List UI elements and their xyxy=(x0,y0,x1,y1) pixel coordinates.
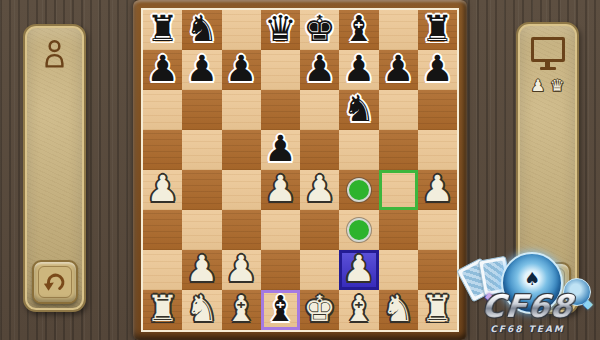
piece-black-bishop: ♝ xyxy=(264,291,296,327)
piece-black-rook: ♜ xyxy=(421,11,453,47)
person-icon xyxy=(41,38,68,70)
square-d6[interactable] xyxy=(261,90,300,130)
square-h2[interactable] xyxy=(418,250,457,290)
piece-white-pawn: ♟ xyxy=(186,251,218,287)
undo-button-ornament xyxy=(38,266,72,298)
square-h8[interactable]: ♜ xyxy=(418,10,457,50)
square-a6[interactable] xyxy=(143,90,182,130)
chess-board-frame: ♜♞♛♚♝♜♟♟♟♟♟♟♟♞♟♟♟♟♟♟♟♟♜♞♝♝♚♝♞♜ xyxy=(133,0,467,340)
piece-black-pawn: ♟ xyxy=(264,131,296,167)
square-c6[interactable] xyxy=(222,90,261,130)
piece-white-pawn: ♟ xyxy=(264,171,296,207)
piece-black-rook: ♜ xyxy=(146,11,178,47)
square-d8[interactable]: ♛ xyxy=(261,10,300,50)
square-b6[interactable] xyxy=(182,90,221,130)
square-e1[interactable]: ♚ xyxy=(300,290,339,330)
computer-monitor-icon-base xyxy=(540,67,556,70)
square-a4[interactable]: ♟ xyxy=(143,170,182,210)
right-tray-button[interactable] xyxy=(525,262,571,306)
square-d3[interactable] xyxy=(261,210,300,250)
square-g2[interactable] xyxy=(379,250,418,290)
square-e3[interactable] xyxy=(300,210,339,250)
square-d2[interactable] xyxy=(261,250,300,290)
square-c2[interactable]: ♟ xyxy=(222,250,261,290)
square-c5[interactable] xyxy=(222,130,261,170)
square-d1[interactable]: ♝ xyxy=(261,290,300,330)
captured-white-queen: ♛ xyxy=(550,78,564,94)
square-f3[interactable] xyxy=(339,210,378,250)
piece-black-knight: ♞ xyxy=(186,11,218,47)
right-button-ornament xyxy=(531,268,565,300)
piece-black-pawn: ♟ xyxy=(225,51,257,87)
square-b3[interactable] xyxy=(182,210,221,250)
square-h5[interactable] xyxy=(418,130,457,170)
square-f8[interactable]: ♝ xyxy=(339,10,378,50)
square-h7[interactable]: ♟ xyxy=(418,50,457,90)
piece-white-pawn: ♟ xyxy=(146,171,178,207)
piece-white-pawn: ♟ xyxy=(303,171,335,207)
chess-board: ♜♞♛♚♝♜♟♟♟♟♟♟♟♞♟♟♟♟♟♟♟♟♜♞♝♝♚♝♞♜ xyxy=(141,8,459,332)
square-g1[interactable]: ♞ xyxy=(379,290,418,330)
gem-icon: ◆ xyxy=(583,296,593,311)
piece-black-pawn: ♟ xyxy=(343,51,375,87)
piece-black-bishop: ♝ xyxy=(343,11,375,47)
square-c4[interactable] xyxy=(222,170,261,210)
piece-white-rook: ♜ xyxy=(146,291,178,327)
piece-white-pawn: ♟ xyxy=(421,171,453,207)
piece-black-pawn: ♟ xyxy=(146,51,178,87)
square-e2[interactable] xyxy=(300,250,339,290)
square-c3[interactable] xyxy=(222,210,261,250)
piece-white-bishop: ♝ xyxy=(225,291,257,327)
piece-black-queen: ♛ xyxy=(264,11,296,47)
piece-black-knight: ♞ xyxy=(343,91,375,127)
square-f1[interactable]: ♝ xyxy=(339,290,378,330)
square-c7[interactable]: ♟ xyxy=(222,50,261,90)
square-e8[interactable]: ♚ xyxy=(300,10,339,50)
square-h6[interactable] xyxy=(418,90,457,130)
square-g8[interactable] xyxy=(379,10,418,50)
piece-white-pawn: ♟ xyxy=(343,251,375,287)
piece-white-knight: ♞ xyxy=(186,291,218,327)
square-g3[interactable] xyxy=(379,210,418,250)
gem-icon-2: ◆ xyxy=(485,290,493,303)
square-c8[interactable] xyxy=(222,10,261,50)
legal-move-dot-f3[interactable] xyxy=(347,218,371,242)
computer-monitor-icon xyxy=(531,37,565,62)
captured-pieces-tray: ♟♛ xyxy=(518,78,577,94)
square-a1[interactable]: ♜ xyxy=(143,290,182,330)
piece-white-rook: ♜ xyxy=(421,291,453,327)
piece-white-knight: ♞ xyxy=(382,291,414,327)
piece-black-pawn: ♟ xyxy=(186,51,218,87)
square-a5[interactable] xyxy=(143,130,182,170)
square-a8[interactable]: ♜ xyxy=(143,10,182,50)
square-b2[interactable]: ♟ xyxy=(182,250,221,290)
square-b1[interactable]: ♞ xyxy=(182,290,221,330)
square-a3[interactable] xyxy=(143,210,182,250)
piece-white-king: ♚ xyxy=(303,291,335,327)
piece-black-pawn: ♟ xyxy=(421,51,453,87)
watermark-subtitle: CF68 TEAM xyxy=(455,324,600,334)
square-g6[interactable] xyxy=(379,90,418,130)
square-g5[interactable] xyxy=(379,130,418,170)
piece-black-king: ♚ xyxy=(303,11,335,47)
undo-button[interactable] xyxy=(32,260,78,304)
playing-card-icon xyxy=(478,256,512,296)
captured-white-pawn: ♟ xyxy=(531,78,545,94)
square-h4[interactable]: ♟ xyxy=(418,170,457,210)
square-b5[interactable] xyxy=(182,130,221,170)
right-player-tray: ♟♛ xyxy=(516,22,579,314)
piece-white-pawn: ♟ xyxy=(225,251,257,287)
square-e6[interactable] xyxy=(300,90,339,130)
legal-move-dot-f4[interactable] xyxy=(347,178,371,202)
square-h1[interactable]: ♜ xyxy=(418,290,457,330)
square-a7[interactable]: ♟ xyxy=(143,50,182,90)
square-h3[interactable] xyxy=(418,210,457,250)
piece-black-pawn: ♟ xyxy=(382,51,414,87)
square-a2[interactable] xyxy=(143,250,182,290)
square-f4[interactable] xyxy=(339,170,378,210)
square-g7[interactable]: ♟ xyxy=(379,50,418,90)
square-f7[interactable]: ♟ xyxy=(339,50,378,90)
square-f5[interactable] xyxy=(339,130,378,170)
piece-white-bishop: ♝ xyxy=(343,291,375,327)
square-g4[interactable] xyxy=(379,170,418,210)
square-b7[interactable]: ♟ xyxy=(182,50,221,90)
square-d7[interactable] xyxy=(261,50,300,90)
piece-black-pawn: ♟ xyxy=(303,51,335,87)
square-b4[interactable] xyxy=(182,170,221,210)
square-e7[interactable]: ♟ xyxy=(300,50,339,90)
square-b8[interactable]: ♞ xyxy=(182,10,221,50)
square-e4[interactable]: ♟ xyxy=(300,170,339,210)
square-d4[interactable]: ♟ xyxy=(261,170,300,210)
square-f6[interactable]: ♞ xyxy=(339,90,378,130)
square-f2[interactable]: ♟ xyxy=(339,250,378,290)
left-player-tray xyxy=(23,24,86,312)
square-c1[interactable]: ♝ xyxy=(222,290,261,330)
square-d5[interactable]: ♟ xyxy=(261,130,300,170)
square-e5[interactable] xyxy=(300,130,339,170)
